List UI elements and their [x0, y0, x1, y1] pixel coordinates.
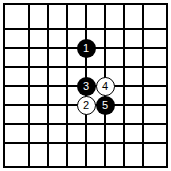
stones-layer: 12345	[5, 5, 166, 166]
stone-white-2: 2	[77, 96, 96, 115]
stone-white-4: 4	[96, 77, 115, 96]
stone-black-5: 5	[96, 96, 115, 115]
stone-black-1: 1	[77, 39, 96, 58]
go-diagram: 12345	[0, 0, 171, 171]
stone-black-3: 3	[77, 77, 96, 96]
board-frame: 12345	[3, 3, 168, 168]
